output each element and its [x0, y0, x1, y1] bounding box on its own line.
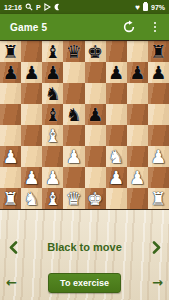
search-icon	[25, 3, 33, 12]
piece-black-queen: ♛	[66, 41, 82, 62]
square-d1[interactable]: ♛	[63, 188, 84, 209]
square-b2[interactable]: ♟	[21, 167, 42, 188]
square-a4[interactable]	[0, 125, 21, 146]
square-c7[interactable]: ♟	[42, 62, 63, 83]
piece-white-pawn: ♟	[24, 167, 40, 188]
square-c8[interactable]: ♝	[42, 41, 63, 62]
square-e8[interactable]: ♚	[85, 41, 106, 62]
piece-white-pawn: ♟	[129, 167, 145, 188]
square-a5[interactable]	[0, 104, 21, 125]
battery-percent: 97%	[151, 4, 165, 11]
three-dots-icon	[154, 22, 156, 32]
square-a2[interactable]	[0, 167, 21, 188]
back-arrow-button[interactable]: ←	[6, 276, 17, 290]
piece-white-pawn: ♟	[150, 146, 166, 167]
p-notification-icon: P	[36, 3, 41, 12]
square-d4[interactable]	[63, 125, 84, 146]
square-c1[interactable]: ♝	[42, 188, 63, 209]
piece-black-pawn: ♟	[24, 62, 40, 83]
piece-black-pawn: ♟	[45, 62, 61, 83]
piece-white-rook: ♜	[2, 188, 18, 209]
square-g6[interactable]	[127, 83, 148, 104]
chess-board: ♜♝♛♚♜♟♟♟♟♟♟♞♝♞♟♝♟♟♞♟♟♟♟♟♜♞♝♛♚♜	[0, 40, 169, 210]
square-g7[interactable]: ♟	[127, 62, 148, 83]
app-bar: Game 5	[0, 14, 169, 40]
piece-white-pawn: ♟	[2, 146, 18, 167]
square-a8[interactable]: ♜	[0, 41, 21, 62]
square-h3[interactable]: ♟	[148, 146, 169, 167]
play-icon	[44, 3, 51, 12]
square-c5[interactable]: ♝	[42, 104, 63, 125]
next-chevron-button[interactable]	[150, 240, 162, 254]
previous-chevron-button[interactable]	[7, 240, 19, 254]
refresh-button[interactable]	[121, 19, 137, 35]
status-bar: 12:16 P ♥ 97%	[0, 0, 169, 14]
piece-white-queen: ♛	[66, 188, 82, 209]
square-c4[interactable]: ♝	[42, 125, 63, 146]
square-e4[interactable]	[85, 125, 106, 146]
square-f5[interactable]	[106, 104, 127, 125]
square-h2[interactable]	[148, 167, 169, 188]
piece-black-pawn: ♟	[150, 62, 166, 83]
bottom-panel: Black to move ← To exercise →	[0, 210, 169, 300]
square-a1[interactable]: ♜	[0, 188, 21, 209]
piece-black-bishop: ♝	[45, 104, 61, 125]
heart-icon: ♥	[135, 3, 140, 12]
square-f3[interactable]: ♞	[106, 146, 127, 167]
square-c2[interactable]: ♟	[42, 167, 63, 188]
turn-indicator-label: Black to move	[47, 241, 122, 253]
square-b4[interactable]	[21, 125, 42, 146]
piece-black-rook: ♜	[150, 41, 166, 62]
piece-white-knight: ♞	[24, 188, 40, 209]
square-b6[interactable]	[21, 83, 42, 104]
piece-white-pawn: ♟	[45, 167, 61, 188]
square-b8[interactable]	[21, 41, 42, 62]
square-e7[interactable]	[85, 62, 106, 83]
piece-black-pawn: ♟	[2, 62, 18, 83]
moon-icon	[54, 3, 61, 12]
square-c3[interactable]	[42, 146, 63, 167]
square-a6[interactable]	[0, 83, 21, 104]
square-c6[interactable]: ♞	[42, 83, 63, 104]
square-d3[interactable]: ♟	[63, 146, 84, 167]
piece-black-king: ♚	[87, 41, 103, 62]
square-h8[interactable]: ♜	[148, 41, 169, 62]
piece-black-bishop: ♝	[45, 41, 61, 62]
square-d7[interactable]	[63, 62, 84, 83]
square-f7[interactable]: ♟	[106, 62, 127, 83]
page-title: Game 5	[10, 22, 47, 33]
piece-white-bishop: ♝	[45, 188, 61, 209]
piece-black-rook: ♜	[2, 41, 18, 62]
square-h4[interactable]	[148, 125, 169, 146]
square-e2[interactable]	[85, 167, 106, 188]
square-f6[interactable]	[106, 83, 127, 104]
square-e1[interactable]: ♚	[85, 188, 106, 209]
square-e5[interactable]: ♟	[85, 104, 106, 125]
square-b7[interactable]: ♟	[21, 62, 42, 83]
square-h7[interactable]: ♟	[148, 62, 169, 83]
piece-white-pawn: ♟	[66, 146, 82, 167]
square-f1[interactable]	[106, 188, 127, 209]
square-e3[interactable]	[85, 146, 106, 167]
square-g3[interactable]	[127, 146, 148, 167]
piece-black-pawn: ♟	[87, 104, 103, 125]
square-a3[interactable]: ♟	[0, 146, 21, 167]
square-a7[interactable]: ♟	[0, 62, 21, 83]
square-g8[interactable]	[127, 41, 148, 62]
square-e6[interactable]	[85, 83, 106, 104]
square-h6[interactable]	[148, 83, 169, 104]
piece-black-pawn: ♟	[108, 62, 124, 83]
clock-time: 12:16	[4, 4, 22, 11]
piece-black-pawn: ♟	[129, 62, 145, 83]
piece-white-bishop: ♝	[45, 125, 61, 146]
square-f2[interactable]: ♟	[106, 167, 127, 188]
square-f8[interactable]	[106, 41, 127, 62]
piece-white-rook: ♜	[150, 188, 166, 209]
overflow-menu-button[interactable]	[147, 19, 163, 35]
square-g2[interactable]: ♟	[127, 167, 148, 188]
to-exercise-button[interactable]: To exercise	[48, 273, 121, 293]
piece-white-pawn: ♟	[108, 167, 124, 188]
piece-black-knight: ♞	[45, 83, 61, 104]
square-f4[interactable]	[106, 125, 127, 146]
square-b5[interactable]	[21, 104, 42, 125]
square-h5[interactable]	[148, 104, 169, 125]
piece-white-knight: ♞	[108, 146, 124, 167]
square-g4[interactable]	[127, 125, 148, 146]
square-g1[interactable]	[127, 188, 148, 209]
forward-arrow-button[interactable]: →	[152, 276, 163, 290]
square-b3[interactable]	[21, 146, 42, 167]
square-d2[interactable]	[63, 167, 84, 188]
piece-white-king: ♚	[87, 188, 103, 209]
square-d8[interactable]: ♛	[63, 41, 84, 62]
square-d5[interactable]: ♞	[63, 104, 84, 125]
piece-black-knight: ♞	[66, 104, 82, 125]
battery-icon	[143, 3, 148, 12]
square-d6[interactable]	[63, 83, 84, 104]
square-g5[interactable]	[127, 104, 148, 125]
square-b1[interactable]: ♞	[21, 188, 42, 209]
square-h1[interactable]: ♜	[148, 188, 169, 209]
